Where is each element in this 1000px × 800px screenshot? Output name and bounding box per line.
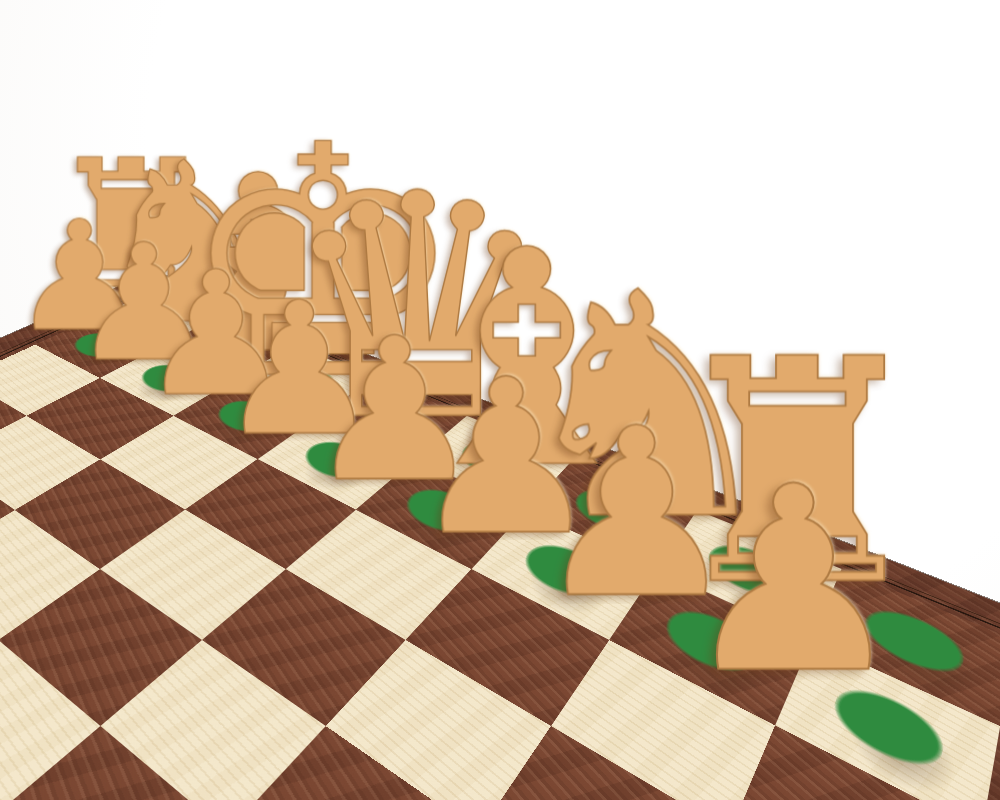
square-a2: ♟ [775, 640, 1000, 800]
square-e5 [0, 569, 202, 726]
chess-board: ♟♜♟♞♟♝♟♚♟♛♟♝♟♞♟♜ [0, 271, 1000, 800]
piece-white-pawn-a2: ♟ [679, 453, 908, 708]
photo-scene: ♟♜♟♞♟♝♟♚♟♛♟♝♟♞♟♜ [0, 0, 1000, 800]
board-squares: ♟♜♟♞♟♝♟♚♟♛♟♝♟♞♟♜ [0, 289, 1000, 800]
